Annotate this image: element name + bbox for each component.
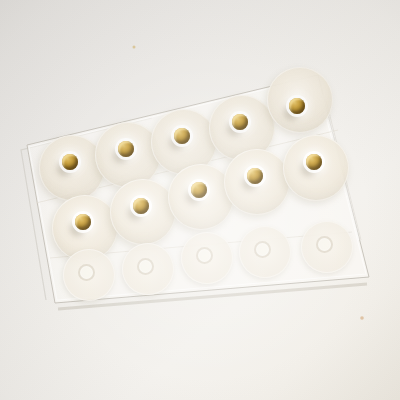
patch-disc: [63, 249, 115, 301]
brass-stud: [191, 182, 207, 198]
patch-disc: [224, 149, 290, 215]
patch-disc: [301, 221, 353, 273]
brass-stud: [289, 98, 305, 114]
patch-grid: [0, 0, 400, 400]
patch-disc: [122, 243, 174, 295]
patch-disc: [95, 122, 161, 188]
brass-stud: [232, 114, 248, 130]
patch-disc: [267, 67, 333, 133]
adhesive-ring: [78, 264, 95, 281]
brass-stud: [62, 154, 78, 170]
brass-stud: [75, 214, 91, 230]
patch-disc: [110, 179, 176, 245]
patch-disc: [181, 232, 233, 284]
patch-disc: [39, 135, 105, 201]
adhesive-ring: [196, 247, 213, 264]
patch-disc: [283, 135, 349, 201]
patch-disc: [239, 226, 291, 278]
adhesive-ring: [254, 241, 271, 258]
brass-stud: [306, 154, 322, 170]
brass-stud: [118, 141, 134, 157]
adhesive-ring: [137, 258, 154, 275]
product-photo: [0, 0, 400, 400]
brass-stud: [247, 168, 263, 184]
brass-stud: [133, 198, 149, 214]
brass-stud: [174, 128, 190, 144]
adhesive-ring: [316, 236, 333, 253]
